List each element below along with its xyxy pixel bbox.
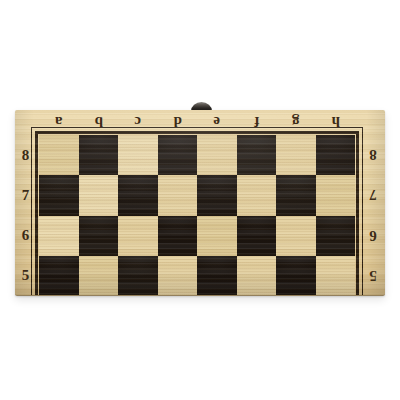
file-label-b: b: [79, 111, 119, 133]
square-e8: [197, 135, 237, 175]
rank-label-right-7: 7: [360, 175, 385, 215]
square-a6: [39, 216, 79, 256]
square-e5: [197, 256, 237, 296]
rank-label-right-5: 5: [360, 256, 385, 296]
square-d8: [158, 135, 198, 175]
square-b8: [79, 135, 119, 175]
file-label-a: a: [39, 111, 79, 133]
square-c7: [118, 175, 158, 215]
square-g7: [276, 175, 316, 215]
square-b5: [79, 256, 119, 296]
square-c5: [118, 256, 158, 296]
rank-label-left-6: 6: [15, 216, 36, 256]
square-b6: [79, 216, 119, 256]
square-h8: [316, 135, 356, 175]
product-photo-background: abcdefgh 8765 8765: [0, 0, 400, 400]
square-d5: [158, 256, 198, 296]
square-f8: [237, 135, 277, 175]
square-g6: [276, 216, 316, 256]
square-d7: [158, 175, 198, 215]
square-c6: [118, 216, 158, 256]
rank-label-left-5: 5: [15, 256, 36, 296]
file-label-d: d: [158, 111, 198, 133]
square-a7: [39, 175, 79, 215]
square-g8: [276, 135, 316, 175]
square-d6: [158, 216, 198, 256]
file-label-g: g: [276, 111, 316, 133]
square-h7: [316, 175, 356, 215]
square-f5: [237, 256, 277, 296]
square-b7: [79, 175, 119, 215]
square-h5: [316, 256, 356, 296]
square-e7: [197, 175, 237, 215]
file-labels-row: abcdefgh: [39, 111, 355, 133]
rank-label-right-6: 6: [360, 216, 385, 256]
square-e6: [197, 216, 237, 256]
square-f6: [237, 216, 277, 256]
file-label-f: f: [237, 111, 277, 133]
file-label-e: e: [197, 111, 237, 133]
rank-label-right-8: 8: [360, 135, 385, 175]
rank-label-left-8: 8: [15, 135, 36, 175]
rank-label-left-7: 7: [15, 175, 36, 215]
file-label-c: c: [118, 111, 158, 133]
rank-labels-left-column: 8765: [15, 135, 36, 296]
chess-board-grid: [39, 135, 355, 296]
square-f7: [237, 175, 277, 215]
square-a5: [39, 256, 79, 296]
square-h6: [316, 216, 356, 256]
square-c8: [118, 135, 158, 175]
square-g5: [276, 256, 316, 296]
file-label-h: h: [316, 111, 356, 133]
chess-board-box: abcdefgh 8765 8765: [15, 110, 385, 296]
square-a8: [39, 135, 79, 175]
rank-labels-right-column: 8765: [360, 135, 385, 296]
